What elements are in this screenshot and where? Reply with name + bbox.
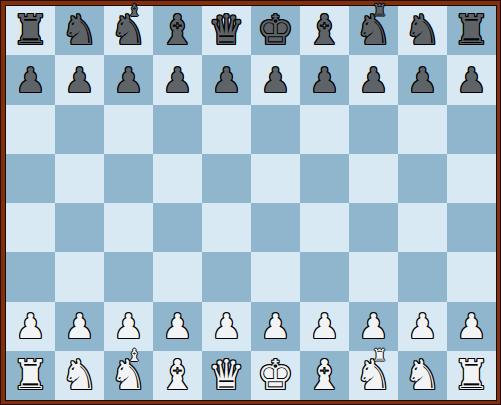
piece-black-bishop[interactable]: ♝	[306, 10, 343, 51]
square-b4[interactable]	[55, 203, 104, 252]
archbishop-crest-icon: ♝	[127, 347, 142, 364]
piece-white-pawn[interactable]: ♟	[211, 309, 241, 343]
piece-black-pawn[interactable]: ♟	[211, 63, 241, 97]
square-d5[interactable]	[153, 154, 202, 203]
square-h4[interactable]	[349, 203, 398, 252]
square-e2[interactable]: ♟	[202, 302, 251, 351]
square-d6[interactable]	[153, 105, 202, 154]
piece-black-archbishop[interactable]: ♞♝	[110, 10, 147, 51]
square-f7[interactable]: ♟	[251, 55, 300, 104]
piece-black-pawn[interactable]: ♟	[64, 63, 94, 97]
piece-white-bishop[interactable]: ♝	[159, 355, 196, 396]
square-j1[interactable]: ♜	[447, 351, 496, 400]
square-i8[interactable]: ♞	[398, 6, 447, 55]
square-d3[interactable]	[153, 252, 202, 301]
piece-black-pawn[interactable]: ♟	[456, 63, 486, 97]
square-d1[interactable]: ♝	[153, 351, 202, 400]
piece-black-pawn[interactable]: ♟	[113, 63, 143, 97]
square-b3[interactable]	[55, 252, 104, 301]
piece-black-pawn[interactable]: ♟	[358, 63, 388, 97]
piece-black-chancellor[interactable]: ♞♜	[355, 10, 392, 51]
piece-white-king[interactable]: ♚	[257, 355, 294, 396]
square-h8[interactable]: ♞♜	[349, 6, 398, 55]
square-f1[interactable]: ♚	[251, 351, 300, 400]
piece-black-knight[interactable]: ♞	[404, 10, 441, 51]
square-c6[interactable]	[104, 105, 153, 154]
square-g5[interactable]	[300, 154, 349, 203]
piece-white-pawn[interactable]: ♟	[260, 309, 290, 343]
piece-black-pawn[interactable]: ♟	[309, 63, 339, 97]
piece-black-bishop[interactable]: ♝	[159, 10, 196, 51]
piece-black-pawn[interactable]: ♟	[407, 63, 437, 97]
square-h6[interactable]	[349, 105, 398, 154]
chancellor-crest-icon: ♜	[372, 347, 387, 364]
square-e6[interactable]	[202, 105, 251, 154]
piece-white-rook[interactable]: ♜	[453, 355, 490, 396]
square-e3[interactable]	[202, 252, 251, 301]
square-g8[interactable]: ♝	[300, 6, 349, 55]
piece-white-pawn[interactable]: ♟	[15, 309, 45, 343]
piece-white-pawn[interactable]: ♟	[64, 309, 94, 343]
square-g2[interactable]: ♟	[300, 302, 349, 351]
square-g7[interactable]: ♟	[300, 55, 349, 104]
piece-black-rook[interactable]: ♜	[12, 10, 49, 51]
square-g3[interactable]	[300, 252, 349, 301]
square-j7[interactable]: ♟	[447, 55, 496, 104]
square-a1[interactable]: ♜	[6, 351, 55, 400]
square-f5[interactable]	[251, 154, 300, 203]
square-i5[interactable]	[398, 154, 447, 203]
square-a2[interactable]: ♟	[6, 302, 55, 351]
square-c3[interactable]	[104, 252, 153, 301]
square-j6[interactable]	[447, 105, 496, 154]
piece-white-pawn[interactable]: ♟	[407, 309, 437, 343]
square-a6[interactable]	[6, 105, 55, 154]
piece-black-pawn[interactable]: ♟	[260, 63, 290, 97]
square-i4[interactable]	[398, 203, 447, 252]
piece-white-bishop[interactable]: ♝	[306, 355, 343, 396]
square-d4[interactable]	[153, 203, 202, 252]
piece-white-pawn[interactable]: ♟	[456, 309, 486, 343]
chancellor-crest-icon: ♜	[372, 2, 387, 19]
square-c8[interactable]: ♞♝	[104, 6, 153, 55]
piece-white-pawn[interactable]: ♟	[113, 309, 143, 343]
square-b8[interactable]: ♞	[55, 6, 104, 55]
square-h3[interactable]	[349, 252, 398, 301]
square-i2[interactable]: ♟	[398, 302, 447, 351]
square-d8[interactable]: ♝	[153, 6, 202, 55]
piece-white-chancellor[interactable]: ♞♜	[355, 355, 392, 396]
square-d2[interactable]: ♟	[153, 302, 202, 351]
square-a5[interactable]	[6, 154, 55, 203]
square-a4[interactable]	[6, 203, 55, 252]
square-f2[interactable]: ♟	[251, 302, 300, 351]
piece-white-pawn[interactable]: ♟	[162, 309, 192, 343]
square-d7[interactable]: ♟	[153, 55, 202, 104]
board-frame: ♜♞♞♝♝♛♚♝♞♜♞♜♟♟♟♟♟♟♟♟♟♟♟♟♟♟♟♟♟♟♟♟♜♞♞♝♝♛♚♝…	[0, 0, 501, 405]
square-j2[interactable]: ♟	[447, 302, 496, 351]
piece-black-knight[interactable]: ♞	[61, 10, 98, 51]
square-h1[interactable]: ♞♜	[349, 351, 398, 400]
archbishop-crest-icon: ♝	[127, 2, 142, 19]
square-c7[interactable]: ♟	[104, 55, 153, 104]
square-h2[interactable]: ♟	[349, 302, 398, 351]
square-g4[interactable]	[300, 203, 349, 252]
square-a3[interactable]	[6, 252, 55, 301]
piece-black-rook[interactable]: ♜	[453, 10, 490, 51]
piece-white-archbishop[interactable]: ♞♝	[110, 355, 147, 396]
square-b2[interactable]: ♟	[55, 302, 104, 351]
square-j3[interactable]	[447, 252, 496, 301]
square-b1[interactable]: ♞	[55, 351, 104, 400]
piece-white-knight[interactable]: ♞	[404, 355, 441, 396]
piece-black-king[interactable]: ♚	[257, 10, 294, 51]
square-h5[interactable]	[349, 154, 398, 203]
square-b5[interactable]	[55, 154, 104, 203]
square-f3[interactable]	[251, 252, 300, 301]
piece-white-pawn[interactable]: ♟	[309, 309, 339, 343]
square-i7[interactable]: ♟	[398, 55, 447, 104]
square-g1[interactable]: ♝	[300, 351, 349, 400]
square-b7[interactable]: ♟	[55, 55, 104, 104]
square-i1[interactable]: ♞	[398, 351, 447, 400]
square-f4[interactable]	[251, 203, 300, 252]
square-f6[interactable]	[251, 105, 300, 154]
square-e7[interactable]: ♟	[202, 55, 251, 104]
square-i6[interactable]	[398, 105, 447, 154]
square-f8[interactable]: ♚	[251, 6, 300, 55]
square-b6[interactable]	[55, 105, 104, 154]
piece-black-queen[interactable]: ♛	[208, 10, 245, 51]
square-a8[interactable]: ♜	[6, 6, 55, 55]
square-j5[interactable]	[447, 154, 496, 203]
square-e5[interactable]	[202, 154, 251, 203]
piece-white-rook[interactable]: ♜	[12, 355, 49, 396]
square-a7[interactable]: ♟	[6, 55, 55, 104]
piece-white-queen[interactable]: ♛	[208, 355, 245, 396]
square-e1[interactable]: ♛	[202, 351, 251, 400]
square-c2[interactable]: ♟	[104, 302, 153, 351]
square-j4[interactable]	[447, 203, 496, 252]
square-c5[interactable]	[104, 154, 153, 203]
square-e8[interactable]: ♛	[202, 6, 251, 55]
square-e4[interactable]	[202, 203, 251, 252]
square-h7[interactable]: ♟	[349, 55, 398, 104]
piece-white-pawn[interactable]: ♟	[358, 309, 388, 343]
piece-black-pawn[interactable]: ♟	[15, 63, 45, 97]
board: ♜♞♞♝♝♛♚♝♞♜♞♜♟♟♟♟♟♟♟♟♟♟♟♟♟♟♟♟♟♟♟♟♜♞♞♝♝♛♚♝…	[5, 5, 497, 401]
square-c1[interactable]: ♞♝	[104, 351, 153, 400]
piece-black-pawn[interactable]: ♟	[162, 63, 192, 97]
square-g6[interactable]	[300, 105, 349, 154]
square-j8[interactable]: ♜	[447, 6, 496, 55]
piece-white-knight[interactable]: ♞	[61, 355, 98, 396]
square-i3[interactable]	[398, 252, 447, 301]
square-c4[interactable]	[104, 203, 153, 252]
